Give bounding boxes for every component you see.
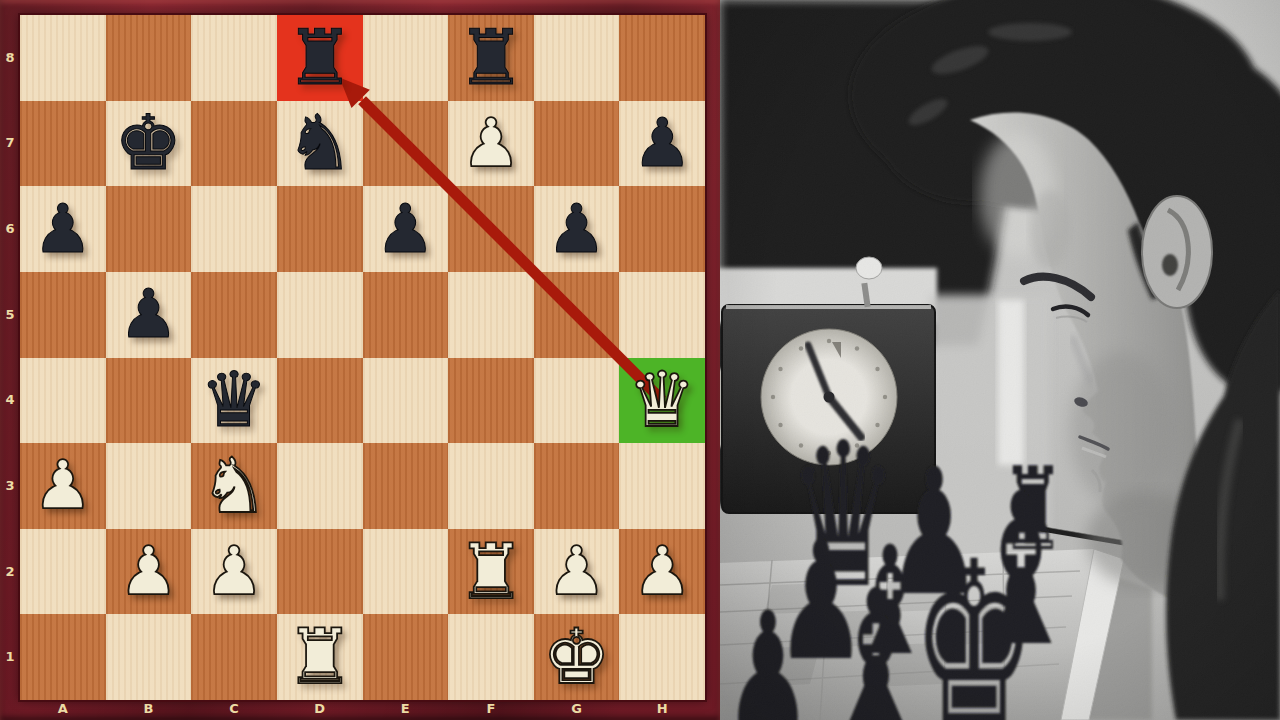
player-photo: ♜ ♟ ♝ ♝ ♚ ♛ ♟ ♟ ♝ — [720, 0, 1280, 720]
square-a1 — [20, 614, 106, 700]
black-pawn-h7: ♟ — [632, 110, 692, 177]
square-b6 — [106, 186, 192, 272]
black-pawn-g6: ♟ — [547, 196, 607, 263]
file-label-D: D — [305, 701, 335, 716]
square-a2 — [20, 529, 106, 615]
square-d8: ♜ — [277, 15, 363, 101]
black-knight-d7: ♞ — [286, 105, 354, 181]
square-d1: ♜ — [277, 614, 363, 700]
square-a3: ♟ — [20, 443, 106, 529]
square-e4 — [363, 358, 449, 444]
square-g4 — [534, 358, 620, 444]
square-c4: ♛ — [191, 358, 277, 444]
square-g8 — [534, 15, 620, 101]
square-b8 — [106, 15, 192, 101]
rank-label-3: 3 — [0, 478, 20, 493]
chessboard-frame: ♜♜♚♞♟♟♟♟♟♟♛♛♟♞♟♟♜♟♟♜♚ 87654321ABCDEFGH — [0, 0, 720, 720]
square-g2: ♟ — [534, 529, 620, 615]
square-d2 — [277, 529, 363, 615]
square-h8 — [619, 15, 705, 101]
square-g7 — [534, 101, 620, 187]
file-label-E: E — [390, 701, 420, 716]
black-queen-c4: ♛ — [200, 362, 268, 438]
square-g6: ♟ — [534, 186, 620, 272]
square-h4: ♛ — [619, 358, 705, 444]
file-label-C: C — [219, 701, 249, 716]
rank-label-8: 8 — [0, 50, 20, 65]
square-g1: ♚ — [534, 614, 620, 700]
square-c8 — [191, 15, 277, 101]
square-e7 — [363, 101, 449, 187]
photo-scene: ♜ ♟ ♝ ♝ ♚ ♛ ♟ ♟ ♝ — [720, 0, 1280, 720]
square-a7 — [20, 101, 106, 187]
square-b3 — [106, 443, 192, 529]
white-knight-c3: ♞ — [200, 448, 268, 524]
black-pawn-a6: ♟ — [33, 196, 93, 263]
square-a4 — [20, 358, 106, 444]
file-label-A: A — [48, 701, 78, 716]
square-f5 — [448, 272, 534, 358]
rank-label-1: 1 — [0, 649, 20, 664]
rank-label-5: 5 — [0, 307, 20, 322]
square-c1 — [191, 614, 277, 700]
film-grain — [720, 0, 1280, 720]
black-king-b7: ♚ — [114, 105, 182, 181]
square-c5 — [191, 272, 277, 358]
white-pawn-f7: ♟ — [461, 110, 521, 177]
file-label-H: H — [647, 701, 677, 716]
white-pawn-g2: ♟ — [547, 538, 607, 605]
square-h5 — [619, 272, 705, 358]
square-f1 — [448, 614, 534, 700]
square-d3 — [277, 443, 363, 529]
square-f2: ♜ — [448, 529, 534, 615]
square-e5 — [363, 272, 449, 358]
square-b1 — [106, 614, 192, 700]
square-g5 — [534, 272, 620, 358]
white-rook-d1: ♜ — [286, 619, 354, 695]
square-c6 — [191, 186, 277, 272]
white-pawn-h2: ♟ — [632, 538, 692, 605]
board-squares: ♜♜♚♞♟♟♟♟♟♟♛♛♟♞♟♟♜♟♟♜♚ — [20, 15, 705, 700]
square-f4 — [448, 358, 534, 444]
square-d4 — [277, 358, 363, 444]
file-label-F: F — [476, 701, 506, 716]
rank-label-7: 7 — [0, 135, 20, 150]
square-b4 — [106, 358, 192, 444]
square-h7: ♟ — [619, 101, 705, 187]
rank-label-2: 2 — [0, 564, 20, 579]
square-f3 — [448, 443, 534, 529]
black-rook-d8: ♜ — [286, 20, 354, 96]
square-h1 — [619, 614, 705, 700]
white-pawn-b2: ♟ — [118, 538, 178, 605]
white-pawn-a3: ♟ — [33, 452, 93, 519]
square-e6: ♟ — [363, 186, 449, 272]
square-b7: ♚ — [106, 101, 192, 187]
square-e2 — [363, 529, 449, 615]
square-h3 — [619, 443, 705, 529]
square-d5 — [277, 272, 363, 358]
white-queen-h4: ♛ — [628, 362, 696, 438]
square-f7: ♟ — [448, 101, 534, 187]
square-c7 — [191, 101, 277, 187]
black-pawn-e6: ♟ — [375, 196, 435, 263]
square-f8: ♜ — [448, 15, 534, 101]
rank-label-6: 6 — [0, 221, 20, 236]
rank-label-4: 4 — [0, 392, 20, 407]
square-b5: ♟ — [106, 272, 192, 358]
white-pawn-c2: ♟ — [204, 538, 264, 605]
square-f6 — [448, 186, 534, 272]
black-rook-f8: ♜ — [457, 20, 525, 96]
file-label-B: B — [133, 701, 163, 716]
square-a5 — [20, 272, 106, 358]
square-g3 — [534, 443, 620, 529]
black-pawn-b5: ♟ — [118, 281, 178, 348]
square-a8 — [20, 15, 106, 101]
square-a6: ♟ — [20, 186, 106, 272]
square-e1 — [363, 614, 449, 700]
square-c2: ♟ — [191, 529, 277, 615]
file-label-G: G — [562, 701, 592, 716]
square-h6 — [619, 186, 705, 272]
square-c3: ♞ — [191, 443, 277, 529]
square-b2: ♟ — [106, 529, 192, 615]
square-h2: ♟ — [619, 529, 705, 615]
square-d6 — [277, 186, 363, 272]
square-e3 — [363, 443, 449, 529]
white-king-g1: ♚ — [542, 619, 610, 695]
screenshot: ♜♜♚♞♟♟♟♟♟♟♛♛♟♞♟♟♜♟♟♜♚ 87654321ABCDEFGH — [0, 0, 1280, 720]
square-e8 — [363, 15, 449, 101]
white-rook-f2: ♜ — [457, 534, 525, 610]
square-d7: ♞ — [277, 101, 363, 187]
